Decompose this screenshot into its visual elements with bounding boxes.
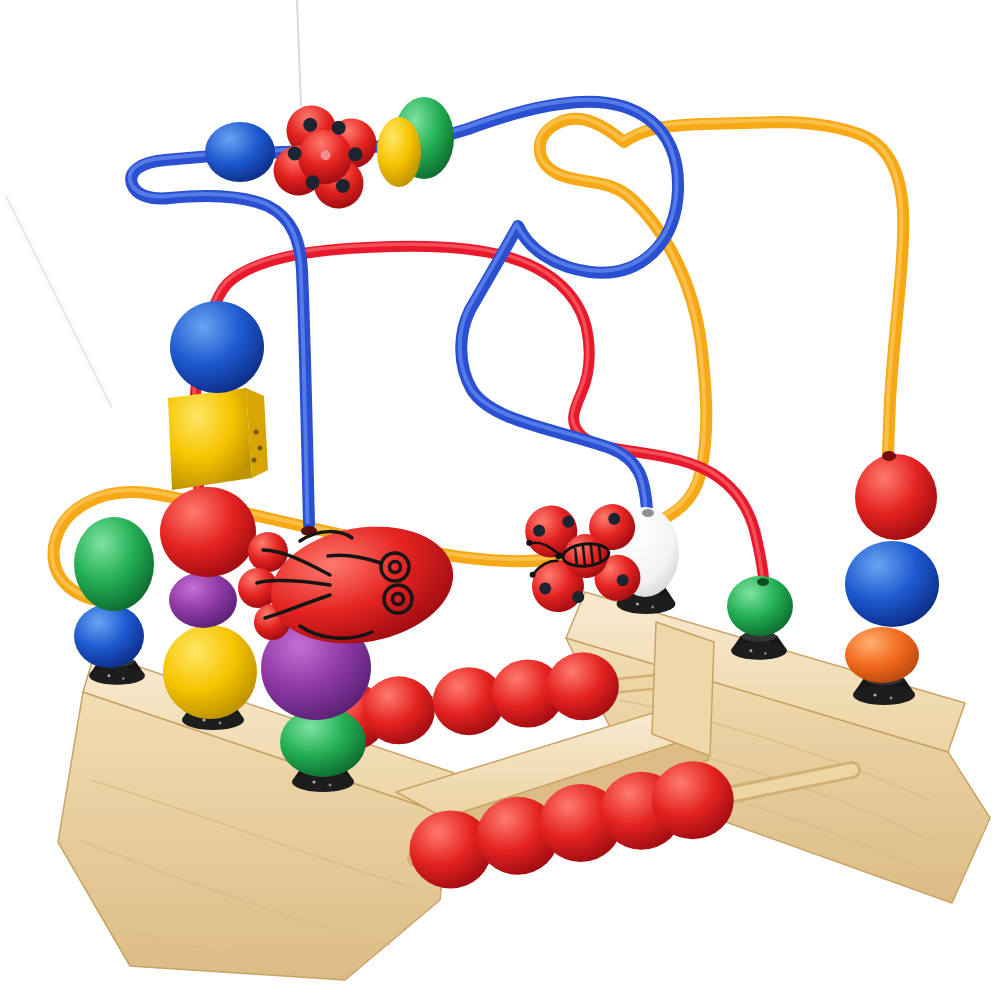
abacus-bead-red [410, 810, 492, 888]
green-bead [74, 517, 154, 611]
red-bead [855, 454, 937, 540]
yellow-cube-bead [168, 388, 268, 490]
blue-bead [845, 541, 939, 627]
purple-bead [169, 572, 237, 628]
yellow-disc-bead [377, 117, 421, 187]
yellow-bead [163, 625, 257, 719]
right-bead-column [845, 451, 939, 705]
bead-maze-scene [0, 0, 1000, 1000]
large-blue-bead [170, 301, 264, 393]
abacus-bead-red [363, 676, 435, 744]
abacus-bead-red [547, 652, 619, 720]
abacus-bead-red [652, 761, 734, 839]
blue-sphere-bead [205, 122, 275, 182]
right-rail-end-face [652, 622, 714, 756]
green-bead-post [727, 576, 793, 660]
red-bead [160, 487, 256, 577]
mid-left-bead-column [160, 301, 268, 730]
blue-bead [74, 604, 144, 668]
orange-bead [845, 627, 919, 683]
toy-photo [0, 0, 1000, 1000]
ladybug-flower-bead [267, 99, 383, 215]
fish-character-bead [238, 513, 463, 657]
